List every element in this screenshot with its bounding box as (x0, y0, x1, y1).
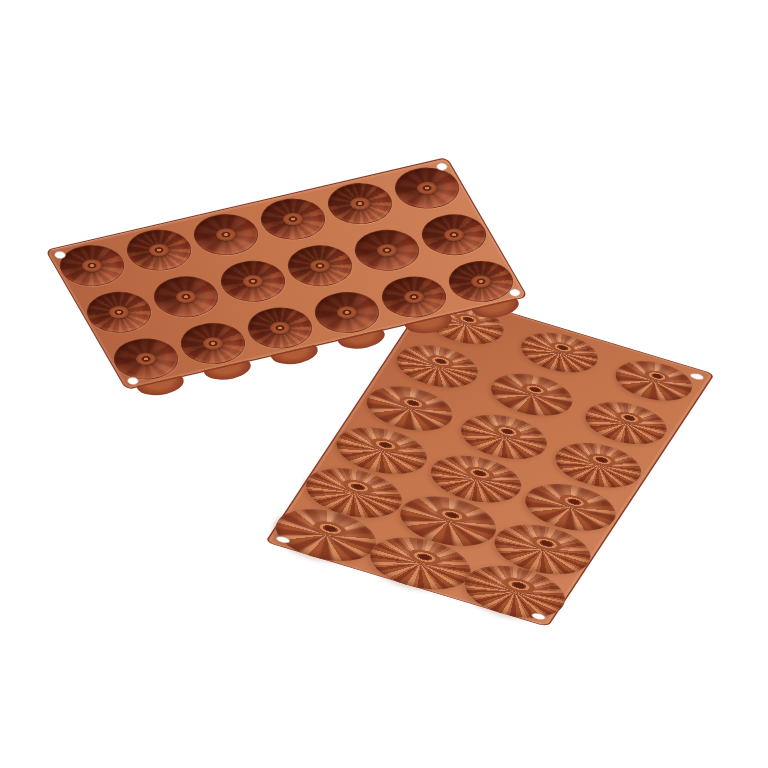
product-photo (0, 0, 768, 768)
